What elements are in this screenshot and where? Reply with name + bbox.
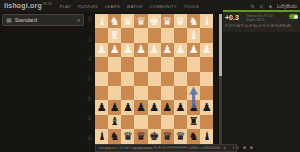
chevron-down-icon: ▾ bbox=[77, 17, 80, 23]
board-square[interactable] bbox=[121, 57, 134, 71]
board-square[interactable] bbox=[148, 115, 161, 129]
gote-s-piece: ♛ bbox=[175, 16, 185, 27]
gote-p-piece: ♟ bbox=[162, 44, 172, 55]
board-square[interactable] bbox=[174, 86, 187, 100]
board-square[interactable]: ♛ bbox=[161, 14, 174, 28]
engine-info: YaneuraOu V7.00 Depth 18/21 bbox=[246, 14, 286, 23]
sente-p-piece: ♟ bbox=[149, 102, 159, 113]
hand-ghost-b-icon: ♝ bbox=[86, 36, 93, 44]
sente-p-piece: ♟ bbox=[202, 102, 212, 113]
beta-tag: BETA bbox=[43, 2, 52, 6]
board-square[interactable]: ♟ bbox=[121, 43, 134, 57]
board-square[interactable] bbox=[134, 57, 147, 71]
sente-p-piece: ♟ bbox=[189, 102, 199, 113]
board-square[interactable] bbox=[134, 28, 147, 42]
nav-community[interactable]: COMMUNITY bbox=[150, 4, 177, 9]
engine-depth: Depth 18/21 bbox=[246, 18, 286, 22]
board-square[interactable]: ♛ bbox=[174, 14, 187, 28]
engine-eval-box: +0.3 YaneuraOu V7.00 Depth 18/21 P-2f P-… bbox=[223, 12, 300, 32]
board-square[interactable]: ♟ bbox=[200, 43, 213, 57]
gote-p-piece: ♟ bbox=[149, 44, 159, 55]
board-square[interactable]: ♜ bbox=[108, 28, 121, 42]
username-menu[interactable]: LuffyBudo bbox=[277, 4, 297, 9]
board-square[interactable]: ♚ bbox=[148, 14, 161, 28]
sfen-input[interactable]: lnsgkgsnl/1r5b1/ppppppppp/9/9/9/PPPPPPPP… bbox=[95, 144, 237, 152]
board-square[interactable] bbox=[187, 57, 200, 71]
analysis-panel: +0.3 YaneuraOu V7.00 Depth 18/21 P-2f P-… bbox=[223, 10, 300, 152]
board-square[interactable]: ♟ bbox=[95, 43, 108, 57]
gote-k-piece: ♚ bbox=[149, 16, 159, 27]
board-square[interactable]: ♟ bbox=[108, 43, 121, 57]
board-square[interactable] bbox=[121, 72, 134, 86]
board-square[interactable] bbox=[148, 57, 161, 71]
board-square[interactable] bbox=[200, 72, 213, 86]
gote-r-piece: ♜ bbox=[110, 30, 120, 41]
board-square[interactable] bbox=[187, 86, 200, 100]
board-square[interactable] bbox=[134, 72, 147, 86]
board-square[interactable]: ♟ bbox=[161, 43, 174, 57]
pv-move-line[interactable]: P-2f P-8d P-2e P-8e G-7h P-8f Px8f Rx8f bbox=[225, 24, 297, 28]
board-square[interactable]: ♟ bbox=[134, 100, 147, 114]
board-square[interactable]: ♞ bbox=[108, 129, 121, 143]
board-square[interactable] bbox=[108, 72, 121, 86]
sente-s-piece: ♛ bbox=[175, 131, 185, 142]
board-square[interactable] bbox=[148, 28, 161, 42]
sente-p-piece: ♟ bbox=[162, 102, 172, 113]
sente-s-piece: ♛ bbox=[123, 131, 133, 142]
board-square[interactable]: ♟ bbox=[121, 100, 134, 114]
board-square[interactable] bbox=[174, 57, 187, 71]
sente-p-piece: ♟ bbox=[110, 102, 120, 113]
sente-l-piece: ♟ bbox=[99, 131, 104, 143]
gote-l-piece: ♟ bbox=[99, 15, 104, 27]
sente-k-piece: ♚ bbox=[149, 131, 159, 142]
gote-s-piece: ♛ bbox=[123, 16, 133, 27]
menu-icon[interactable] bbox=[236, 146, 239, 149]
board-square[interactable]: ♝ bbox=[187, 28, 200, 42]
board-square[interactable]: ♛ bbox=[161, 129, 174, 143]
gote-p-piece: ♟ bbox=[202, 44, 212, 55]
board-square[interactable] bbox=[161, 115, 174, 129]
sente-p-piece: ♟ bbox=[123, 102, 133, 113]
notifications-bell-icon[interactable] bbox=[268, 4, 273, 9]
hand-ghost-n-icon: ♞ bbox=[86, 95, 93, 103]
settings-gear-icon[interactable] bbox=[250, 146, 253, 149]
board-square[interactable] bbox=[108, 86, 121, 100]
hand-ghost-s-icon: ♛ bbox=[86, 75, 93, 83]
board-square[interactable] bbox=[161, 86, 174, 100]
shogi-board[interactable]: ♟♞♛♛♚♛♛♞♟♜♝♟♟♟♟♟♟♟♟♟♟♟♟♟♟♟♟♟♟♝♜♟♞♛♛♚♛♛♞♟ bbox=[95, 14, 213, 144]
board-square[interactable]: ♛ bbox=[174, 129, 187, 143]
board-square[interactable]: ♟ bbox=[174, 100, 187, 114]
board-square[interactable] bbox=[174, 28, 187, 42]
board-square[interactable]: ♟ bbox=[95, 129, 108, 143]
board-square[interactable] bbox=[108, 57, 121, 71]
board-square[interactable] bbox=[174, 115, 187, 129]
gote-p-piece: ♟ bbox=[136, 44, 146, 55]
eval-gauge-gote-part bbox=[219, 14, 223, 76]
variant-select[interactable]: ▦ Standard ▾ bbox=[2, 14, 84, 26]
board-square[interactable]: ♟ bbox=[187, 100, 200, 114]
search-icon[interactable] bbox=[250, 4, 255, 9]
board-square[interactable] bbox=[148, 72, 161, 86]
board-square[interactable] bbox=[200, 115, 213, 129]
eval-gauge bbox=[219, 14, 223, 144]
gote-p-piece: ♟ bbox=[110, 44, 120, 55]
board-square[interactable]: ♟ bbox=[148, 100, 161, 114]
board-variant-icon: ▦ bbox=[6, 17, 12, 23]
nav-tools[interactable]: TOOLS bbox=[184, 4, 199, 9]
sente-n-piece: ♞ bbox=[110, 131, 120, 142]
board-square[interactable] bbox=[161, 57, 174, 71]
engine-toggle-knob bbox=[294, 15, 298, 19]
board-square[interactable] bbox=[95, 57, 108, 71]
board-square[interactable]: ♟ bbox=[95, 100, 108, 114]
board-square[interactable] bbox=[121, 86, 134, 100]
board-action-buttons bbox=[236, 146, 253, 149]
nav-watch[interactable]: WATCH bbox=[127, 4, 143, 9]
hand-ghost-p-icon: ♟ bbox=[86, 134, 93, 142]
nav-learn[interactable]: LEARN bbox=[105, 4, 120, 9]
board-square[interactable]: ♜ bbox=[187, 115, 200, 129]
engine-toggle[interactable] bbox=[289, 14, 298, 19]
sente-p-piece: ♟ bbox=[97, 102, 107, 113]
board-square[interactable] bbox=[121, 28, 134, 42]
board-square[interactable]: ♛ bbox=[134, 129, 147, 143]
nav-play[interactable]: PLAY bbox=[60, 4, 71, 9]
board-square[interactable]: ♞ bbox=[108, 14, 121, 28]
gote-p-piece: ♟ bbox=[175, 44, 185, 55]
board-square[interactable] bbox=[174, 72, 187, 86]
sente-r-piece: ♜ bbox=[189, 116, 199, 127]
challenge-icon[interactable] bbox=[259, 4, 264, 9]
board-square[interactable] bbox=[161, 72, 174, 86]
nav-puzzles[interactable]: PUZZLES bbox=[78, 4, 98, 9]
board-square[interactable] bbox=[148, 86, 161, 100]
board-square[interactable] bbox=[95, 115, 108, 129]
board-square[interactable] bbox=[95, 86, 108, 100]
board-square[interactable]: ♟ bbox=[187, 43, 200, 57]
board-square[interactable] bbox=[187, 72, 200, 86]
sente-n-piece: ♞ bbox=[189, 131, 199, 142]
sente-b-piece: ♝ bbox=[110, 116, 120, 127]
gote-hand-tray[interactable]: ♜♝♛♛♞♟♟ bbox=[85, 16, 94, 142]
board-square[interactable]: ♛ bbox=[121, 129, 134, 143]
board-square[interactable] bbox=[95, 28, 108, 42]
board-square[interactable]: ♛ bbox=[134, 14, 147, 28]
sente-p-piece: ♟ bbox=[175, 102, 185, 113]
board-square[interactable] bbox=[121, 115, 134, 129]
gote-b-piece: ♝ bbox=[189, 30, 199, 41]
sente-l-piece: ♟ bbox=[204, 131, 209, 143]
board-square[interactable]: ♚ bbox=[148, 129, 161, 143]
board-square[interactable] bbox=[161, 28, 174, 42]
sente-g-piece: ♛ bbox=[162, 131, 172, 142]
board-square[interactable] bbox=[200, 57, 213, 71]
board-square[interactable]: ♟ bbox=[200, 14, 213, 28]
board-square[interactable] bbox=[134, 86, 147, 100]
flip-board-icon[interactable] bbox=[243, 146, 246, 149]
gote-p-piece: ♟ bbox=[189, 44, 199, 55]
eval-score: +0.3 bbox=[225, 14, 239, 21]
board-square[interactable] bbox=[200, 28, 213, 42]
hand-ghost-g-icon: ♛ bbox=[86, 55, 93, 63]
gote-l-piece: ♟ bbox=[204, 15, 209, 27]
site-logo[interactable]: lishogi.orgBETA bbox=[4, 2, 52, 9]
board-square[interactable] bbox=[200, 86, 213, 100]
variant-select-value: Standard bbox=[15, 17, 78, 23]
board-square[interactable]: ♟ bbox=[200, 129, 213, 143]
sente-g-piece: ♛ bbox=[136, 131, 146, 142]
board-square[interactable]: ♝ bbox=[108, 115, 121, 129]
gote-p-piece: ♟ bbox=[123, 44, 133, 55]
gote-g-piece: ♛ bbox=[162, 16, 172, 27]
board-square[interactable]: ♟ bbox=[95, 14, 108, 28]
board-square[interactable]: ♞ bbox=[187, 14, 200, 28]
main-nav: PLAYPUZZLESLEARNWATCHCOMMUNITYTOOLS bbox=[60, 4, 199, 9]
gote-g-piece: ♛ bbox=[136, 16, 146, 27]
board-square[interactable]: ♟ bbox=[161, 100, 174, 114]
board-square[interactable]: ♛ bbox=[121, 14, 134, 28]
board-square[interactable] bbox=[95, 72, 108, 86]
gote-n-piece: ♞ bbox=[189, 16, 199, 27]
board-square[interactable]: ♟ bbox=[174, 43, 187, 57]
board-square[interactable]: ♞ bbox=[187, 129, 200, 143]
sente-p-piece: ♟ bbox=[136, 102, 146, 113]
gote-p-piece: ♟ bbox=[97, 44, 107, 55]
board-square[interactable] bbox=[134, 115, 147, 129]
hand-ghost-l-icon: ♟ bbox=[86, 114, 93, 122]
board-square[interactable]: ♟ bbox=[148, 43, 161, 57]
hand-ghost-r-icon: ♜ bbox=[86, 16, 93, 24]
board-square[interactable]: ♟ bbox=[108, 100, 121, 114]
gote-n-piece: ♞ bbox=[110, 16, 120, 27]
board-square[interactable]: ♟ bbox=[200, 100, 213, 114]
board-square[interactable]: ♟ bbox=[134, 43, 147, 57]
